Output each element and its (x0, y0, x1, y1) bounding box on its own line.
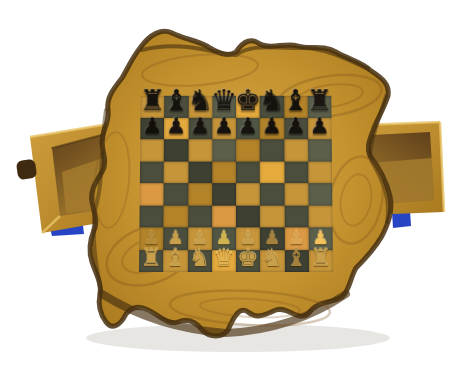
square-f3[interactable] (260, 205, 284, 227)
square-h1[interactable]: ♜ (309, 250, 333, 272)
piece-black-pawn-d7[interactable]: ♟ (214, 115, 234, 137)
square-g7[interactable]: ♟ (284, 117, 308, 139)
square-h3[interactable] (308, 205, 332, 227)
piece-black-bishop-b8[interactable]: ♝ (163, 86, 190, 115)
square-g5[interactable] (284, 161, 308, 183)
square-e7[interactable]: ♟ (236, 117, 260, 139)
square-g3[interactable] (284, 205, 308, 227)
square-b4[interactable] (164, 183, 188, 205)
piece-black-pawn-f7[interactable]: ♟ (262, 115, 282, 137)
piece-white-rook-h1[interactable]: ♜ (310, 246, 332, 270)
square-f5[interactable] (260, 161, 284, 183)
square-a8[interactable]: ♜ (140, 96, 164, 118)
piece-white-knight-c1[interactable]: ♞ (189, 246, 211, 270)
chess-table-photo: ♜♝♞♛♚♞♝♜♟♟♟♟♟♟♟♟♟♟♟♟♟♟♟♟♜♝♞♛♚♞♝♜ (0, 0, 450, 381)
square-f6[interactable] (260, 139, 284, 161)
piece-black-pawn-b7[interactable]: ♟ (166, 115, 186, 137)
board: ♜♝♞♛♚♞♝♜♟♟♟♟♟♟♟♟♟♟♟♟♟♟♟♟♜♝♞♛♚♞♝♜ (139, 96, 333, 272)
piece-white-queen-d1[interactable]: ♛ (213, 246, 235, 270)
square-d7[interactable]: ♟ (212, 117, 236, 139)
square-e1[interactable]: ♚ (236, 250, 260, 272)
square-d3[interactable] (212, 205, 236, 227)
square-h6[interactable] (308, 139, 332, 161)
piece-black-pawn-h7[interactable]: ♟ (309, 115, 330, 137)
square-c3[interactable] (188, 205, 212, 227)
piece-white-knight-f1[interactable]: ♞ (262, 246, 284, 270)
square-a5[interactable] (140, 161, 164, 183)
square-b5[interactable] (164, 161, 188, 183)
square-h5[interactable] (308, 161, 332, 183)
square-h7[interactable]: ♟ (308, 117, 332, 139)
square-f4[interactable] (260, 183, 284, 205)
piece-black-knight-c8[interactable]: ♞ (187, 86, 214, 115)
square-g6[interactable] (284, 139, 308, 161)
square-c4[interactable] (188, 183, 212, 205)
square-f8[interactable]: ♞ (260, 96, 284, 118)
left-drawer-knob[interactable] (16, 159, 37, 180)
square-b1[interactable]: ♝ (163, 250, 187, 272)
square-c7[interactable]: ♟ (188, 117, 212, 139)
square-a4[interactable] (140, 183, 164, 205)
square-c5[interactable] (188, 161, 212, 183)
piece-black-pawn-c7[interactable]: ♟ (190, 115, 210, 137)
piece-black-bishop-g8[interactable]: ♝ (282, 86, 309, 115)
piece-white-king-e1[interactable]: ♚ (237, 246, 259, 270)
square-a3[interactable] (139, 205, 163, 227)
square-b3[interactable] (164, 205, 188, 227)
piece-white-bishop-g1[interactable]: ♝ (286, 246, 308, 270)
square-c1[interactable]: ♞ (188, 250, 212, 272)
square-d1[interactable]: ♛ (212, 250, 236, 272)
piece-black-rook-a8[interactable]: ♜ (139, 86, 166, 115)
square-d6[interactable] (212, 139, 236, 161)
piece-black-knight-f8[interactable]: ♞ (259, 86, 286, 115)
square-a6[interactable] (140, 139, 164, 161)
square-f1[interactable]: ♞ (260, 250, 284, 272)
square-d5[interactable] (212, 161, 236, 183)
piece-black-pawn-e7[interactable]: ♟ (238, 115, 258, 137)
square-h4[interactable] (308, 183, 332, 205)
square-b7[interactable]: ♟ (164, 117, 188, 139)
square-e6[interactable] (236, 139, 260, 161)
piece-black-queen-d8[interactable]: ♛ (211, 86, 237, 115)
square-g1[interactable]: ♝ (284, 250, 308, 272)
piece-white-bishop-b1[interactable]: ♝ (165, 246, 187, 270)
square-e5[interactable] (236, 161, 260, 183)
piece-white-rook-a1[interactable]: ♜ (140, 246, 162, 270)
piece-black-king-e8[interactable]: ♚ (235, 86, 261, 115)
square-a1[interactable]: ♜ (139, 250, 163, 272)
square-g4[interactable] (284, 183, 308, 205)
square-c6[interactable] (188, 139, 212, 161)
square-d4[interactable] (212, 183, 236, 205)
square-a7[interactable]: ♟ (140, 117, 164, 139)
piece-black-pawn-g7[interactable]: ♟ (286, 115, 306, 137)
square-f7[interactable]: ♟ (260, 117, 284, 139)
square-b6[interactable] (164, 139, 188, 161)
piece-black-rook-h8[interactable]: ♜ (306, 86, 333, 115)
square-e4[interactable] (236, 183, 260, 205)
square-e3[interactable] (236, 205, 260, 227)
square-b8[interactable]: ♝ (164, 96, 188, 118)
piece-black-pawn-a7[interactable]: ♟ (142, 115, 163, 137)
